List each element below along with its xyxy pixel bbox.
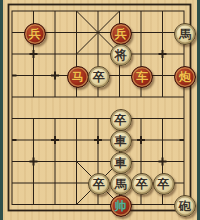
red-horse-piece[interactable]: 马: [67, 66, 89, 88]
black-chariot-piece[interactable]: 車: [110, 130, 132, 152]
black-general-piece[interactable]: 将: [110, 44, 132, 66]
pieces-layer: 兵兵馬将马卒车炮卒車車卒馬卒卒帅砲: [0, 0, 200, 220]
black-soldier-piece[interactable]: 卒: [153, 173, 175, 195]
red-cannon-piece[interactable]: 炮: [174, 66, 196, 88]
black-soldier-piece[interactable]: 卒: [110, 109, 132, 131]
xiangqi-board[interactable]: 兵兵馬将马卒车炮卒車車卒馬卒卒帅砲: [0, 0, 200, 220]
black-cannon-piece[interactable]: 砲: [174, 195, 196, 217]
black-chariot-piece[interactable]: 車: [110, 152, 132, 174]
red-chariot-piece[interactable]: 车: [131, 66, 153, 88]
black-horse-piece[interactable]: 馬: [174, 23, 196, 45]
black-soldier-piece[interactable]: 卒: [88, 66, 110, 88]
red-general-piece[interactable]: 帅: [110, 195, 132, 217]
red-soldier-piece[interactable]: 兵: [110, 23, 132, 45]
black-soldier-piece[interactable]: 卒: [131, 173, 153, 195]
black-horse-piece[interactable]: 馬: [110, 173, 132, 195]
black-soldier-piece[interactable]: 卒: [88, 173, 110, 195]
red-soldier-piece[interactable]: 兵: [24, 23, 46, 45]
